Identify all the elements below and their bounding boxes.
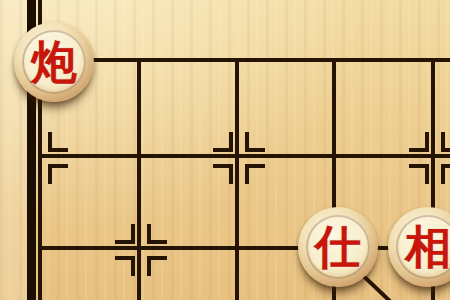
piece-glyph: 相 [388,207,450,287]
point-marker-bracket [213,164,233,184]
point-marker-bracket [147,256,167,276]
piece-red-elephant[interactable]: 相 [388,207,450,287]
point-marker-bracket [409,132,429,152]
point-marker-bracket [245,164,265,184]
point-marker-bracket [441,132,450,152]
piece-red-cannon[interactable]: 炮 [14,22,94,102]
point-marker-bracket [48,132,68,152]
point-marker-bracket [441,164,450,184]
piece-red-advisor[interactable]: 仕 [298,207,378,287]
rank-line [38,58,450,62]
point-marker-bracket [147,224,167,244]
point-marker-bracket [245,132,265,152]
point-marker-bracket [115,224,135,244]
piece-glyph: 仕 [298,207,378,287]
file-line [137,58,141,300]
file-line [235,58,239,300]
rank-line [38,154,450,158]
screenshot: 炮仕相 [0,0,450,300]
xiangqi-board[interactable]: 炮仕相 [0,0,450,300]
point-marker-bracket [115,256,135,276]
piece-glyph: 炮 [14,22,94,102]
point-marker-bracket [409,164,429,184]
point-marker-bracket [48,164,68,184]
point-marker-bracket [213,132,233,152]
